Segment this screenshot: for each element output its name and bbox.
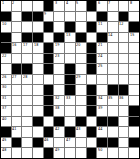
cell-r15c10[interactable]: 50 [97, 148, 107, 158]
block-cell [12, 138, 22, 148]
cell-r9c13[interactable] [129, 85, 139, 95]
block-cell [97, 33, 107, 43]
cell-r1c6[interactable]: 3 [54, 1, 64, 11]
block-cell [108, 117, 118, 127]
block-cell [129, 138, 139, 148]
block-cell [22, 64, 32, 74]
block-cell [33, 117, 43, 127]
cell-r5c12[interactable] [119, 43, 129, 53]
block-cell [33, 12, 43, 22]
clue-number: 14 [108, 33, 112, 36]
cell-r6c10[interactable]: 24 [97, 54, 107, 64]
cell-r5c7[interactable] [65, 43, 75, 53]
cell-r10c3[interactable] [22, 96, 32, 106]
clue-number: 37 [2, 106, 6, 109]
cell-r8c3[interactable]: 28 [22, 75, 32, 85]
cell-r10c10[interactable]: 34 [97, 96, 107, 106]
block-cell [87, 1, 97, 11]
block-cell [1, 33, 11, 43]
block-cell [87, 148, 97, 158]
cell-r13c8[interactable]: 43 [76, 127, 86, 137]
cell-r6c7[interactable] [65, 54, 75, 64]
cell-r7c1[interactable] [1, 64, 11, 74]
clue-number: 6 [98, 1, 100, 4]
cell-r9c10[interactable] [97, 85, 107, 95]
clue-number: 21 [98, 43, 102, 46]
cell-r6c6[interactable]: 23 [54, 54, 64, 64]
cell-r3c1[interactable]: 10 [1, 22, 11, 32]
cell-r7c11[interactable] [108, 64, 118, 74]
cell-r8c13[interactable] [129, 75, 139, 85]
clue-number: 12 [119, 22, 123, 25]
cell-r3c8[interactable] [76, 22, 86, 32]
cell-r15c2[interactable] [12, 148, 22, 158]
cell-r1c8[interactable]: 5 [76, 1, 86, 11]
block-cell [87, 64, 97, 74]
cell-r5c8[interactable]: 20 [76, 43, 86, 53]
cell-r3c4[interactable] [33, 22, 43, 32]
cell-r13c13[interactable] [129, 127, 139, 137]
clue-number: 5 [76, 1, 78, 4]
block-cell [87, 22, 97, 32]
cell-r8c5[interactable] [44, 75, 54, 85]
cell-r8c8[interactable]: 29 [76, 75, 86, 85]
cell-r9c2[interactable] [12, 85, 22, 95]
cell-r15c6[interactable]: 49 [54, 148, 64, 158]
clue-number: 38 [55, 106, 59, 109]
cell-r6c12[interactable] [119, 54, 129, 64]
cell-r6c2[interactable] [12, 54, 22, 64]
cell-r5c3[interactable]: 17 [22, 43, 32, 53]
cell-r11c11[interactable] [108, 106, 118, 116]
cell-r3c3[interactable] [22, 22, 32, 32]
clue-number: 19 [55, 43, 59, 46]
cell-r8c4[interactable] [33, 75, 43, 85]
block-cell [87, 96, 97, 106]
block-cell [1, 43, 11, 53]
cell-r11c10[interactable]: 39 [97, 106, 107, 116]
cell-r6c11[interactable] [108, 54, 118, 64]
cell-r7c4[interactable] [33, 64, 43, 74]
cell-r10c6[interactable]: 32 [54, 96, 64, 106]
cell-r4c13[interactable]: 15 [129, 33, 139, 43]
block-cell [87, 85, 97, 95]
cell-r15c3[interactable] [22, 148, 32, 158]
clue-number: 26 [2, 75, 6, 78]
block-cell [97, 138, 107, 148]
cell-r12c7[interactable] [65, 117, 75, 127]
cell-r13c4[interactable] [33, 127, 43, 137]
block-cell [44, 22, 54, 32]
cell-r15c12[interactable] [119, 148, 129, 158]
clue-number: 25 [98, 64, 102, 67]
cell-r14c7[interactable]: 47 [65, 138, 75, 148]
clue-number: 11 [98, 22, 102, 25]
cell-r7c12[interactable] [119, 64, 129, 74]
cell-r2c6[interactable] [54, 12, 64, 22]
cell-r7c13[interactable] [129, 64, 139, 74]
cell-r14c12[interactable] [119, 138, 129, 148]
clue-number: 18 [34, 43, 38, 46]
cell-r14c9[interactable] [87, 138, 97, 148]
cell-r6c4[interactable] [33, 54, 43, 64]
cell-r10c7[interactable]: 33 [65, 96, 75, 106]
clue-number: 39 [98, 106, 102, 109]
block-cell [119, 85, 129, 95]
cell-r1c2[interactable]: 2 [12, 1, 22, 11]
cell-r12c3[interactable] [22, 117, 32, 127]
clue-number: 46 [44, 138, 48, 141]
clue-number: 45 [2, 138, 6, 141]
cell-r14c1[interactable]: 45 [1, 138, 11, 148]
cell-r11c6[interactable]: 38 [54, 106, 64, 116]
block-cell [65, 85, 75, 95]
cell-r15c1[interactable]: 48 [1, 148, 11, 158]
block-cell [87, 54, 97, 64]
cell-r1c12[interactable] [119, 1, 129, 11]
clue-number: 33 [66, 96, 70, 99]
block-cell [44, 106, 54, 116]
block-cell [76, 33, 86, 43]
cell-r8c9[interactable] [87, 75, 97, 85]
cell-r12c2[interactable] [12, 117, 22, 127]
cell-r12c9[interactable] [87, 117, 97, 127]
block-cell [129, 106, 139, 116]
block-cell [65, 75, 75, 85]
cell-r4c11[interactable]: 14 [108, 33, 118, 43]
clue-number: 20 [76, 43, 80, 46]
block-cell [65, 22, 75, 32]
crossword-grid: 1234567891011121314151617181920212223242… [0, 0, 140, 159]
clue-number: 22 [2, 54, 6, 57]
cell-r14c3[interactable] [22, 138, 32, 148]
cell-r1c4[interactable] [33, 1, 43, 11]
cell-r12c1[interactable]: 40 [1, 117, 11, 127]
cell-r8c6[interactable] [54, 75, 64, 85]
cell-r15c4[interactable] [33, 148, 43, 158]
cell-r11c8[interactable] [76, 106, 86, 116]
clue-number: 48 [2, 148, 6, 151]
cell-r11c2[interactable] [12, 106, 22, 116]
block-cell [44, 54, 54, 64]
cell-r1c3[interactable] [22, 1, 32, 11]
block-cell [97, 117, 107, 127]
cell-r7c8[interactable] [76, 64, 86, 74]
cell-r5c4[interactable]: 18 [33, 43, 43, 53]
cell-r13c3[interactable] [22, 127, 32, 137]
clue-number: 49 [55, 148, 59, 151]
clue-number: 23 [55, 54, 59, 57]
cell-r11c7[interactable] [65, 106, 75, 116]
clue-number: 15 [130, 33, 134, 36]
cell-r2c9[interactable] [87, 12, 97, 22]
cell-r9c6[interactable] [54, 85, 64, 95]
block-cell [87, 127, 97, 137]
block-cell [44, 64, 54, 74]
block-cell [22, 33, 32, 43]
cell-r2c11[interactable] [108, 12, 118, 22]
cell-r10c12[interactable]: 36 [119, 96, 129, 106]
cell-r1c1[interactable]: 1 [1, 1, 11, 11]
cell-r9c8[interactable] [76, 85, 86, 95]
block-cell [44, 96, 54, 106]
block-cell [76, 117, 86, 127]
cell-r11c1[interactable]: 37 [1, 106, 11, 116]
clue-number: 35 [108, 96, 112, 99]
clue-number: 31 [2, 96, 6, 99]
clue-number: 24 [98, 54, 102, 57]
cell-r3c6[interactable] [54, 22, 64, 32]
cell-r6c13[interactable] [129, 54, 139, 64]
cell-r8c10[interactable] [97, 75, 107, 85]
cell-r8c11[interactable] [108, 75, 118, 85]
clue-number: 43 [76, 127, 80, 130]
cell-r2c7[interactable] [65, 12, 75, 22]
cell-r6c8[interactable] [76, 54, 86, 64]
cell-r1c11[interactable]: 7 [108, 1, 118, 11]
block-cell [54, 117, 64, 127]
cell-r14c6[interactable] [54, 138, 64, 148]
cell-r4c2[interactable] [12, 33, 22, 43]
clue-number: 30 [2, 85, 6, 88]
clue-number: 9 [44, 12, 46, 15]
cell-r12c5[interactable] [44, 117, 54, 127]
cell-r9c1[interactable]: 30 [1, 85, 11, 95]
block-cell [22, 12, 32, 22]
cell-r3c2[interactable] [12, 22, 22, 32]
block-cell [65, 64, 75, 74]
block-cell [129, 117, 139, 127]
block-cell [44, 127, 54, 137]
cell-r2c13[interactable] [129, 12, 139, 22]
cell-r5c13[interactable] [129, 43, 139, 53]
cell-r15c7[interactable] [65, 148, 75, 158]
clue-number: 10 [2, 22, 6, 25]
cell-r12c12[interactable] [119, 117, 129, 127]
cell-r7c6[interactable] [54, 64, 64, 74]
clue-number: 27 [12, 75, 16, 78]
cell-r14c5[interactable]: 46 [44, 138, 54, 148]
block-cell [44, 148, 54, 158]
cell-r10c4[interactable] [33, 96, 43, 106]
clue-number: 16 [12, 43, 16, 46]
cell-r15c13[interactable] [129, 148, 139, 158]
clue-number: 13 [66, 33, 70, 36]
clue-number: 8 [130, 1, 132, 4]
cell-r4c12[interactable] [119, 33, 129, 43]
cell-r5c6[interactable]: 19 [54, 43, 64, 53]
cell-r10c8[interactable] [76, 96, 86, 106]
clue-number: 4 [66, 1, 68, 4]
block-cell [44, 43, 54, 53]
clue-number: 2 [12, 1, 14, 4]
cell-r3c11[interactable] [108, 22, 118, 32]
cell-r10c1[interactable]: 31 [1, 96, 11, 106]
clue-number: 32 [55, 96, 59, 99]
clue-number: 44 [98, 127, 102, 130]
clue-number: 36 [119, 96, 123, 99]
cell-r5c11[interactable] [108, 43, 118, 53]
cell-r4c7[interactable]: 13 [65, 33, 75, 43]
cell-r9c4[interactable] [33, 85, 43, 95]
block-cell [44, 1, 54, 11]
cell-r7c10[interactable]: 25 [97, 64, 107, 74]
cell-r15c11[interactable] [108, 148, 118, 158]
block-cell [108, 85, 118, 95]
cell-r14c8[interactable] [76, 138, 86, 148]
cell-r15c8[interactable] [76, 148, 86, 158]
clue-number: 41 [12, 127, 16, 130]
cell-r5c10[interactable]: 21 [97, 43, 107, 53]
clue-number: 50 [98, 148, 102, 151]
block-cell [12, 64, 22, 74]
clue-number: 7 [108, 1, 110, 4]
block-cell [87, 106, 97, 116]
cell-r10c2[interactable] [12, 96, 22, 106]
block-cell [44, 85, 54, 95]
cell-r13c12[interactable] [119, 127, 129, 137]
cell-r1c10[interactable]: 6 [97, 1, 107, 11]
cell-r2c8[interactable] [76, 12, 86, 22]
cell-r6c1[interactable]: 22 [1, 54, 11, 64]
cell-r3c10[interactable]: 11 [97, 22, 107, 32]
cell-r5c2[interactable]: 16 [12, 43, 22, 53]
cell-r2c5[interactable]: 9 [44, 12, 54, 22]
cell-r13c10[interactable]: 44 [97, 127, 107, 137]
clue-number: 47 [66, 138, 70, 141]
clue-number: 29 [76, 75, 80, 78]
cell-r1c7[interactable]: 4 [65, 1, 75, 11]
cell-r11c4[interactable] [33, 106, 43, 116]
cell-r1c13[interactable]: 8 [129, 1, 139, 11]
block-cell [33, 33, 43, 43]
block-cell [119, 12, 129, 22]
block-cell [33, 138, 43, 148]
cell-r4c5[interactable] [44, 33, 54, 43]
block-cell [108, 138, 118, 148]
clue-number: 17 [23, 43, 27, 46]
cell-r13c2[interactable]: 41 [12, 127, 22, 137]
cell-r2c2[interactable] [12, 12, 22, 22]
cell-r13c6[interactable]: 42 [54, 127, 64, 137]
block-cell [1, 127, 11, 137]
cell-r8c1[interactable]: 26 [1, 75, 11, 85]
cell-r10c13[interactable] [129, 96, 139, 106]
clue-number: 28 [23, 75, 27, 78]
block-cell [87, 43, 97, 53]
block-cell [97, 12, 107, 22]
cell-r10c11[interactable]: 35 [108, 96, 118, 106]
clue-number: 1 [2, 1, 4, 4]
block-cell [65, 127, 75, 137]
block-cell [129, 22, 139, 32]
cell-r4c9[interactable] [87, 33, 97, 43]
cell-r8c12[interactable] [119, 75, 129, 85]
clue-number: 40 [2, 117, 6, 120]
cell-r8c2[interactable]: 27 [12, 75, 22, 85]
cell-r11c12[interactable] [119, 106, 129, 116]
block-cell [1, 12, 11, 22]
cell-r6c3[interactable] [22, 54, 32, 64]
clue-number: 34 [98, 96, 102, 99]
block-cell [54, 33, 64, 43]
clue-number: 3 [55, 1, 57, 4]
cell-r11c3[interactable] [22, 106, 32, 116]
cell-r9c3[interactable] [22, 85, 32, 95]
cell-r13c11[interactable] [108, 127, 118, 137]
clue-number: 42 [55, 127, 59, 130]
cell-r3c12[interactable]: 12 [119, 22, 129, 32]
